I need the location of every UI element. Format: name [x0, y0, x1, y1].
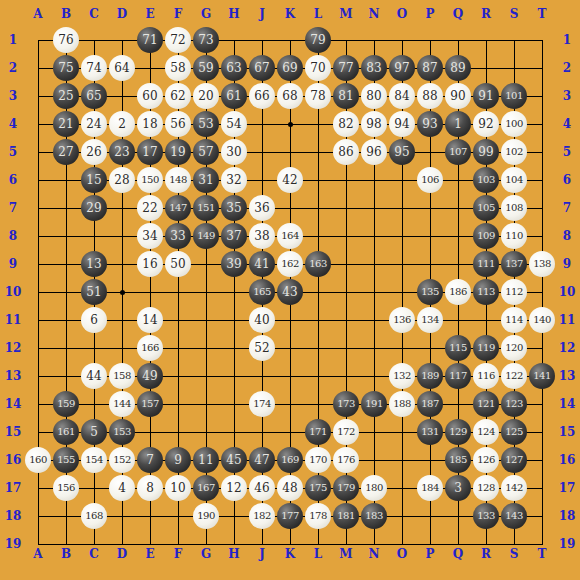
- stone-black-167-G17[interactable]: 167: [193, 475, 219, 501]
- move-number: 156: [57, 483, 75, 493]
- stone-white-90-Q3[interactable]: 90: [445, 83, 471, 109]
- stone-black-41-J9[interactable]: 41: [249, 251, 275, 277]
- row-label-left-11: 11: [2, 312, 24, 328]
- move-number: 57: [198, 146, 213, 158]
- move-number: 140: [533, 315, 551, 325]
- stone-black-125-S15[interactable]: 125: [501, 419, 527, 445]
- stone-black-73-G1[interactable]: 73: [193, 27, 219, 53]
- stone-black-5-C15[interactable]: 5: [81, 419, 107, 445]
- move-number: 33: [170, 230, 185, 242]
- stone-white-108-S7[interactable]: 108: [501, 195, 527, 221]
- move-number: 27: [58, 146, 73, 158]
- stone-white-70-L2[interactable]: 70: [305, 55, 331, 81]
- move-number: 137: [505, 259, 523, 269]
- stone-black-101-S3[interactable]: 101: [501, 83, 527, 109]
- stone-white-12-H17[interactable]: 12: [221, 475, 247, 501]
- move-number: 111: [477, 259, 495, 269]
- stone-white-186-Q10[interactable]: 186: [445, 279, 471, 305]
- move-number: 78: [310, 90, 325, 102]
- stone-black-183-N18[interactable]: 183: [361, 503, 387, 529]
- move-number: 126: [477, 455, 495, 465]
- move-number: 106: [421, 175, 439, 185]
- stone-black-61-H3[interactable]: 61: [221, 83, 247, 109]
- stone-black-9-F16[interactable]: 9: [165, 447, 191, 473]
- col-label-top-N: N: [360, 6, 388, 22]
- stone-white-156-B17[interactable]: 156: [53, 475, 79, 501]
- stone-black-135-P10[interactable]: 135: [417, 279, 443, 305]
- stone-white-34-E8[interactable]: 34: [137, 223, 163, 249]
- move-number: 11: [198, 454, 213, 466]
- stone-black-49-E13[interactable]: 49: [137, 363, 163, 389]
- stone-black-179-M17[interactable]: 179: [333, 475, 359, 501]
- move-number: 81: [338, 90, 353, 102]
- stone-white-10-F17[interactable]: 10: [165, 475, 191, 501]
- move-number: 155: [57, 455, 75, 465]
- stone-black-99-R5[interactable]: 99: [473, 139, 499, 165]
- stone-black-109-R8[interactable]: 109: [473, 223, 499, 249]
- move-number: 9: [174, 454, 182, 466]
- move-number: 38: [254, 230, 269, 242]
- stone-black-15-C6[interactable]: 15: [81, 167, 107, 193]
- stone-white-28-D6[interactable]: 28: [109, 167, 135, 193]
- stone-black-153-D15[interactable]: 153: [109, 419, 135, 445]
- stone-black-11-G16[interactable]: 11: [193, 447, 219, 473]
- stone-white-4-D17[interactable]: 4: [109, 475, 135, 501]
- stone-black-117-Q13[interactable]: 117: [445, 363, 471, 389]
- move-number: 173: [337, 399, 355, 409]
- col-label-top-R: R: [472, 6, 500, 22]
- move-number: 175: [309, 483, 327, 493]
- stone-white-18-E4[interactable]: 18: [137, 111, 163, 137]
- stone-black-93-P4[interactable]: 93: [417, 111, 443, 137]
- move-number: 68: [282, 90, 297, 102]
- stone-black-83-N2[interactable]: 83: [361, 55, 387, 81]
- move-number: 147: [169, 203, 187, 213]
- move-number: 49: [142, 370, 157, 382]
- stone-black-115-Q12[interactable]: 115: [445, 335, 471, 361]
- stone-white-20-G3[interactable]: 20: [193, 83, 219, 109]
- stone-black-75-B2[interactable]: 75: [53, 55, 79, 81]
- move-number: 41: [254, 258, 269, 270]
- row-label-left-3: 3: [2, 88, 24, 104]
- stone-white-174-J14[interactable]: 174: [249, 391, 275, 417]
- stone-white-152-D16[interactable]: 152: [109, 447, 135, 473]
- move-number: 169: [281, 455, 299, 465]
- move-number: 34: [142, 230, 157, 242]
- row-label-left-12: 12: [2, 340, 24, 356]
- stone-black-3-Q17[interactable]: 3: [445, 475, 471, 501]
- stone-white-8-E17[interactable]: 8: [137, 475, 163, 501]
- stone-black-111-R9[interactable]: 111: [473, 251, 499, 277]
- row-label-left-7: 7: [2, 200, 24, 216]
- stone-white-148-F6[interactable]: 148: [165, 167, 191, 193]
- stone-black-97-O2[interactable]: 97: [389, 55, 415, 81]
- row-label-left-9: 9: [2, 256, 24, 272]
- move-number: 174: [253, 399, 271, 409]
- row-label-left-13: 13: [2, 368, 24, 384]
- stone-white-22-E7[interactable]: 22: [137, 195, 163, 221]
- row-label-right-5: 5: [556, 144, 578, 160]
- stone-black-19-F5[interactable]: 19: [165, 139, 191, 165]
- stone-white-172-M15[interactable]: 172: [333, 419, 359, 445]
- stone-white-88-P3[interactable]: 88: [417, 83, 443, 109]
- stone-white-160-A16[interactable]: 160: [25, 447, 51, 473]
- stone-white-52-J12[interactable]: 52: [249, 335, 275, 361]
- stone-white-162-K9[interactable]: 162: [277, 251, 303, 277]
- stone-black-13-C9[interactable]: 13: [81, 251, 107, 277]
- stone-white-40-J11[interactable]: 40: [249, 307, 275, 333]
- stone-white-86-M5[interactable]: 86: [333, 139, 359, 165]
- stone-black-21-B4[interactable]: 21: [53, 111, 79, 137]
- stone-white-104-S6[interactable]: 104: [501, 167, 527, 193]
- stone-white-42-K6[interactable]: 42: [277, 167, 303, 193]
- row-label-right-6: 6: [556, 172, 578, 188]
- stone-black-33-F8[interactable]: 33: [165, 223, 191, 249]
- move-number: 75: [58, 62, 73, 74]
- stone-white-122-S13[interactable]: 122: [501, 363, 527, 389]
- move-number: 101: [505, 91, 523, 101]
- stone-white-38-J8[interactable]: 38: [249, 223, 275, 249]
- move-number: 162: [281, 259, 299, 269]
- stone-black-187-P14[interactable]: 187: [417, 391, 443, 417]
- move-number: 148: [169, 175, 187, 185]
- stone-white-16-E9[interactable]: 16: [137, 251, 163, 277]
- stone-black-119-R12[interactable]: 119: [473, 335, 499, 361]
- stone-white-32-H6[interactable]: 32: [221, 167, 247, 193]
- stone-white-132-O13[interactable]: 132: [389, 363, 415, 389]
- stone-white-82-M4[interactable]: 82: [333, 111, 359, 137]
- stone-black-17-E5[interactable]: 17: [137, 139, 163, 165]
- stone-white-180-N17[interactable]: 180: [361, 475, 387, 501]
- stone-white-24-C4[interactable]: 24: [81, 111, 107, 137]
- move-number: 144: [113, 399, 131, 409]
- stone-black-113-R10[interactable]: 113: [473, 279, 499, 305]
- stone-black-147-F7[interactable]: 147: [165, 195, 191, 221]
- row-label-left-6: 6: [2, 172, 24, 188]
- stone-white-136-O11[interactable]: 136: [389, 307, 415, 333]
- move-number: 124: [477, 427, 495, 437]
- move-number: 4: [118, 482, 126, 494]
- move-number: 123: [505, 399, 523, 409]
- stone-white-134-P11[interactable]: 134: [417, 307, 443, 333]
- move-number: 98: [366, 118, 381, 130]
- move-number: 87: [422, 62, 437, 74]
- move-number: 141: [533, 371, 551, 381]
- stone-white-72-F1[interactable]: 72: [165, 27, 191, 53]
- stone-white-178-L18[interactable]: 178: [305, 503, 331, 529]
- stone-black-171-L15[interactable]: 171: [305, 419, 331, 445]
- move-number: 67: [254, 62, 269, 74]
- row-label-right-9: 9: [556, 256, 578, 272]
- stone-white-2-D4[interactable]: 2: [109, 111, 135, 137]
- move-number: 163: [309, 259, 327, 269]
- move-number: 186: [449, 287, 467, 297]
- stone-white-142-S17[interactable]: 142: [501, 475, 527, 501]
- move-number: 122: [505, 371, 523, 381]
- stone-black-1-Q4[interactable]: 1: [445, 111, 471, 137]
- stone-white-80-N3[interactable]: 80: [361, 83, 387, 109]
- stone-white-76-B1[interactable]: 76: [53, 27, 79, 53]
- stone-white-188-O14[interactable]: 188: [389, 391, 415, 417]
- move-number: 91: [478, 90, 493, 102]
- stone-black-123-S14[interactable]: 123: [501, 391, 527, 417]
- stone-white-184-P17[interactable]: 184: [417, 475, 443, 501]
- move-number: 69: [282, 62, 297, 74]
- move-number: 168: [85, 511, 103, 521]
- stone-white-96-N5[interactable]: 96: [361, 139, 387, 165]
- stone-black-59-G2[interactable]: 59: [193, 55, 219, 81]
- move-number: 184: [421, 483, 439, 493]
- move-number: 52: [254, 342, 269, 354]
- stone-black-189-P13[interactable]: 189: [417, 363, 443, 389]
- stone-black-181-M18[interactable]: 181: [333, 503, 359, 529]
- move-number: 138: [533, 259, 551, 269]
- move-number: 125: [505, 427, 523, 437]
- stone-black-87-P2[interactable]: 87: [417, 55, 443, 81]
- stone-black-27-B5[interactable]: 27: [53, 139, 79, 165]
- stone-black-143-S18[interactable]: 143: [501, 503, 527, 529]
- stone-black-105-R7[interactable]: 105: [473, 195, 499, 221]
- stone-white-110-S8[interactable]: 110: [501, 223, 527, 249]
- stone-white-166-E12[interactable]: 166: [137, 335, 163, 361]
- stone-black-71-E1[interactable]: 71: [137, 27, 163, 53]
- stone-black-31-G6[interactable]: 31: [193, 167, 219, 193]
- col-label-top-H: H: [220, 6, 248, 22]
- stone-black-65-C3[interactable]: 65: [81, 83, 107, 109]
- move-number: 151: [197, 203, 215, 213]
- row-label-left-2: 2: [2, 60, 24, 76]
- stone-black-173-M14[interactable]: 173: [333, 391, 359, 417]
- stone-black-29-C7[interactable]: 29: [81, 195, 107, 221]
- stone-black-57-G5[interactable]: 57: [193, 139, 219, 165]
- row-label-left-15: 15: [2, 424, 24, 440]
- stone-black-79-L1[interactable]: 79: [305, 27, 331, 53]
- col-label-top-O: O: [388, 6, 416, 22]
- stone-white-94-O4[interactable]: 94: [389, 111, 415, 137]
- stone-white-68-K3[interactable]: 68: [277, 83, 303, 109]
- stone-black-47-J16[interactable]: 47: [249, 447, 275, 473]
- stone-white-48-K17[interactable]: 48: [277, 475, 303, 501]
- stone-black-67-J2[interactable]: 67: [249, 55, 275, 81]
- stone-black-155-B16[interactable]: 155: [53, 447, 79, 473]
- move-number: 160: [29, 455, 47, 465]
- move-number: 60: [142, 90, 157, 102]
- stone-black-43-K10[interactable]: 43: [277, 279, 303, 305]
- row-label-left-1: 1: [2, 32, 24, 48]
- row-label-left-4: 4: [2, 116, 24, 132]
- stone-white-98-N4[interactable]: 98: [361, 111, 387, 137]
- stone-white-102-S5[interactable]: 102: [501, 139, 527, 165]
- stone-white-116-R13[interactable]: 116: [473, 363, 499, 389]
- stone-black-191-N14[interactable]: 191: [361, 391, 387, 417]
- stone-white-54-H4[interactable]: 54: [221, 111, 247, 137]
- move-number: 90: [450, 90, 465, 102]
- stone-white-36-J7[interactable]: 36: [249, 195, 275, 221]
- stone-black-175-L17[interactable]: 175: [305, 475, 331, 501]
- stone-white-100-S4[interactable]: 100: [501, 111, 527, 137]
- stone-white-66-J3[interactable]: 66: [249, 83, 275, 109]
- stone-white-14-E11[interactable]: 14: [137, 307, 163, 333]
- move-number: 48: [282, 482, 297, 494]
- move-number: 19: [170, 146, 185, 158]
- col-label-top-A: A: [24, 6, 52, 22]
- stone-black-137-S9[interactable]: 137: [501, 251, 527, 277]
- move-number: 119: [477, 343, 495, 353]
- move-number: 16: [142, 258, 157, 270]
- stone-white-164-K8[interactable]: 164: [277, 223, 303, 249]
- move-number: 97: [394, 62, 409, 74]
- move-number: 117: [449, 371, 467, 381]
- stone-white-126-R16[interactable]: 126: [473, 447, 499, 473]
- stone-black-129-Q15[interactable]: 129: [445, 419, 471, 445]
- stone-white-124-R15[interactable]: 124: [473, 419, 499, 445]
- row-label-left-16: 16: [2, 452, 24, 468]
- move-number: 103: [477, 175, 495, 185]
- stone-white-44-C13[interactable]: 44: [81, 363, 107, 389]
- stone-black-161-B15[interactable]: 161: [53, 419, 79, 445]
- stone-black-121-R14[interactable]: 121: [473, 391, 499, 417]
- stone-black-23-D5[interactable]: 23: [109, 139, 135, 165]
- stone-white-114-S11[interactable]: 114: [501, 307, 527, 333]
- stone-black-159-B14[interactable]: 159: [53, 391, 79, 417]
- stone-black-131-P15[interactable]: 131: [417, 419, 443, 445]
- stone-white-120-S12[interactable]: 120: [501, 335, 527, 361]
- stone-black-149-G8[interactable]: 149: [193, 223, 219, 249]
- move-number: 22: [142, 202, 157, 214]
- stone-white-50-F9[interactable]: 50: [165, 251, 191, 277]
- stone-black-133-R18[interactable]: 133: [473, 503, 499, 529]
- stone-black-69-K2[interactable]: 69: [277, 55, 303, 81]
- stone-white-154-C16[interactable]: 154: [81, 447, 107, 473]
- move-number: 15: [86, 174, 101, 186]
- move-number: 76: [58, 34, 73, 46]
- stone-white-190-G18[interactable]: 190: [193, 503, 219, 529]
- stone-white-128-R17[interactable]: 128: [473, 475, 499, 501]
- move-number: 58: [170, 62, 185, 74]
- stone-black-103-R6[interactable]: 103: [473, 167, 499, 193]
- move-number: 99: [478, 146, 493, 158]
- stone-white-176-M16[interactable]: 176: [333, 447, 359, 473]
- stone-white-84-O3[interactable]: 84: [389, 83, 415, 109]
- stone-black-185-Q16[interactable]: 185: [445, 447, 471, 473]
- stone-black-165-J10[interactable]: 165: [249, 279, 275, 305]
- stone-black-45-H16[interactable]: 45: [221, 447, 247, 473]
- col-label-top-J: J: [248, 6, 276, 22]
- move-number: 56: [170, 118, 185, 130]
- stone-white-168-C18[interactable]: 168: [81, 503, 107, 529]
- stone-white-30-H5[interactable]: 30: [221, 139, 247, 165]
- move-number: 18: [142, 118, 157, 130]
- stone-white-56-F4[interactable]: 56: [165, 111, 191, 137]
- stone-white-170-L16[interactable]: 170: [305, 447, 331, 473]
- stone-black-7-E16[interactable]: 7: [137, 447, 163, 473]
- col-label-top-Q: Q: [444, 6, 472, 22]
- row-label-right-2: 2: [556, 60, 578, 76]
- stone-black-91-R3[interactable]: 91: [473, 83, 499, 109]
- stone-white-58-F2[interactable]: 58: [165, 55, 191, 81]
- stone-white-144-D14[interactable]: 144: [109, 391, 135, 417]
- move-number: 164: [281, 231, 299, 241]
- stone-white-6-C11[interactable]: 6: [81, 307, 107, 333]
- move-number: 179: [337, 483, 355, 493]
- move-number: 31: [198, 174, 213, 186]
- stone-black-141-T13[interactable]: 141: [529, 363, 555, 389]
- stone-white-62-F3[interactable]: 62: [165, 83, 191, 109]
- move-number: 131: [421, 427, 439, 437]
- stone-white-150-E6[interactable]: 150: [137, 167, 163, 193]
- stone-white-140-T11[interactable]: 140: [529, 307, 555, 333]
- stone-white-106-P6[interactable]: 106: [417, 167, 443, 193]
- stone-white-112-S10[interactable]: 112: [501, 279, 527, 305]
- stone-white-46-J17[interactable]: 46: [249, 475, 275, 501]
- stone-white-182-J18[interactable]: 182: [249, 503, 275, 529]
- stone-black-51-C10[interactable]: 51: [81, 279, 107, 305]
- stone-black-35-H7[interactable]: 35: [221, 195, 247, 221]
- move-number: 25: [58, 90, 73, 102]
- move-number: 2: [118, 118, 126, 130]
- stone-white-64-D2[interactable]: 64: [109, 55, 135, 81]
- stone-black-127-S16[interactable]: 127: [501, 447, 527, 473]
- move-number: 158: [113, 371, 131, 381]
- move-number: 29: [86, 202, 101, 214]
- stone-black-77-M2[interactable]: 77: [333, 55, 359, 81]
- move-number: 20: [198, 90, 213, 102]
- stone-white-26-C5[interactable]: 26: [81, 139, 107, 165]
- stone-black-89-Q2[interactable]: 89: [445, 55, 471, 81]
- move-number: 14: [142, 314, 157, 326]
- move-number: 143: [505, 511, 523, 521]
- stone-black-37-H8[interactable]: 37: [221, 223, 247, 249]
- stone-black-81-M3[interactable]: 81: [333, 83, 359, 109]
- stone-black-95-O5[interactable]: 95: [389, 139, 415, 165]
- col-label-top-K: K: [276, 6, 304, 22]
- stone-white-158-D13[interactable]: 158: [109, 363, 135, 389]
- move-number: 188: [393, 399, 411, 409]
- move-number: 84: [394, 90, 409, 102]
- move-number: 172: [337, 427, 355, 437]
- stone-white-92-R4[interactable]: 92: [473, 111, 499, 137]
- stone-white-60-E3[interactable]: 60: [137, 83, 163, 109]
- move-number: 182: [253, 511, 271, 521]
- stone-black-107-Q5[interactable]: 107: [445, 139, 471, 165]
- move-number: 165: [253, 287, 271, 297]
- move-number: 128: [477, 483, 495, 493]
- row-label-left-18: 18: [2, 508, 24, 524]
- move-number: 115: [449, 343, 467, 353]
- move-number: 8: [146, 482, 154, 494]
- stone-black-25-B3[interactable]: 25: [53, 83, 79, 109]
- stone-black-157-E14[interactable]: 157: [137, 391, 163, 417]
- row-label-left-5: 5: [2, 144, 24, 160]
- stone-black-63-H2[interactable]: 63: [221, 55, 247, 81]
- stone-black-53-G4[interactable]: 53: [193, 111, 219, 137]
- row-label-right-19: 19: [556, 536, 578, 552]
- stone-black-151-G7[interactable]: 151: [193, 195, 219, 221]
- move-number: 181: [337, 511, 355, 521]
- stone-black-163-L9[interactable]: 163: [305, 251, 331, 277]
- stone-white-78-L3[interactable]: 78: [305, 83, 331, 109]
- stone-black-169-K16[interactable]: 169: [277, 447, 303, 473]
- move-number: 134: [421, 315, 439, 325]
- stone-white-74-C2[interactable]: 74: [81, 55, 107, 81]
- stone-white-138-T9[interactable]: 138: [529, 251, 555, 277]
- stone-black-39-H9[interactable]: 39: [221, 251, 247, 277]
- stone-black-177-K18[interactable]: 177: [277, 503, 303, 529]
- move-number: 17: [142, 146, 157, 158]
- move-number: 171: [309, 427, 327, 437]
- move-number: 40: [254, 314, 269, 326]
- move-number: 149: [197, 231, 215, 241]
